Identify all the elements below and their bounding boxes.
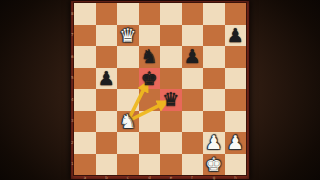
rank-label-1: 1 bbox=[71, 162, 74, 166]
square-h1[interactable] bbox=[225, 154, 247, 176]
white-king-g1[interactable]: ♚ bbox=[205, 155, 222, 174]
square-d6[interactable]: ♞ bbox=[139, 46, 161, 68]
square-a1[interactable] bbox=[74, 154, 96, 176]
square-e7[interactable] bbox=[160, 25, 182, 47]
rank-label-2: 2 bbox=[71, 141, 74, 145]
square-e8[interactable] bbox=[160, 3, 182, 25]
file-label-g: g bbox=[213, 176, 216, 180]
square-b6[interactable] bbox=[96, 46, 118, 68]
square-h3[interactable] bbox=[225, 111, 247, 133]
white-pawn-g2[interactable]: ♟ bbox=[205, 133, 222, 152]
square-g1[interactable]: ♚ bbox=[203, 154, 225, 176]
square-c2[interactable] bbox=[117, 132, 139, 154]
square-h8[interactable] bbox=[225, 3, 247, 25]
rank-label-5: 5 bbox=[71, 76, 74, 80]
square-d4[interactable] bbox=[139, 89, 161, 111]
square-f3[interactable] bbox=[182, 111, 204, 133]
square-g3[interactable] bbox=[203, 111, 225, 133]
white-knight-c3[interactable]: ♞ bbox=[119, 112, 136, 131]
square-f7[interactable] bbox=[182, 25, 204, 47]
file-label-h: h bbox=[234, 176, 237, 180]
square-c3[interactable]: ♞ bbox=[117, 111, 139, 133]
square-d8[interactable] bbox=[139, 3, 161, 25]
square-a5[interactable] bbox=[74, 68, 96, 90]
square-b1[interactable] bbox=[96, 154, 118, 176]
square-e3[interactable] bbox=[160, 111, 182, 133]
square-f2[interactable] bbox=[182, 132, 204, 154]
square-b7[interactable] bbox=[96, 25, 118, 47]
square-f5[interactable] bbox=[182, 68, 204, 90]
square-e1[interactable] bbox=[160, 154, 182, 176]
square-c4[interactable] bbox=[117, 89, 139, 111]
white-queen-c7[interactable]: ♛ bbox=[119, 26, 136, 45]
square-a7[interactable] bbox=[74, 25, 96, 47]
file-label-b: b bbox=[105, 176, 108, 180]
rank-label-8: 8 bbox=[71, 12, 74, 16]
black-knight-d6[interactable]: ♞ bbox=[141, 47, 158, 66]
square-b5[interactable]: ♟ bbox=[96, 68, 118, 90]
chess-board[interactable]: ♛♟♞♟♟♚♛♞♟♟♚ bbox=[74, 3, 246, 175]
square-d7[interactable] bbox=[139, 25, 161, 47]
square-g7[interactable] bbox=[203, 25, 225, 47]
square-d5[interactable]: ♚ bbox=[139, 68, 161, 90]
square-e4[interactable]: ♛ bbox=[160, 89, 182, 111]
square-f8[interactable] bbox=[182, 3, 204, 25]
square-g5[interactable] bbox=[203, 68, 225, 90]
square-g8[interactable] bbox=[203, 3, 225, 25]
square-f1[interactable] bbox=[182, 154, 204, 176]
square-a3[interactable] bbox=[74, 111, 96, 133]
square-f4[interactable] bbox=[182, 89, 204, 111]
black-pawn-h7[interactable]: ♟ bbox=[227, 26, 244, 45]
square-a4[interactable] bbox=[74, 89, 96, 111]
square-c8[interactable] bbox=[117, 3, 139, 25]
square-c7[interactable]: ♛ bbox=[117, 25, 139, 47]
black-king-d5[interactable]: ♚ bbox=[141, 69, 158, 88]
square-g6[interactable] bbox=[203, 46, 225, 68]
file-label-c: c bbox=[127, 176, 129, 180]
square-c6[interactable] bbox=[117, 46, 139, 68]
square-a2[interactable] bbox=[74, 132, 96, 154]
file-label-d: d bbox=[148, 176, 151, 180]
square-e6[interactable] bbox=[160, 46, 182, 68]
square-b3[interactable] bbox=[96, 111, 118, 133]
square-h2[interactable]: ♟ bbox=[225, 132, 247, 154]
black-queen-e4[interactable]: ♛ bbox=[162, 90, 179, 109]
square-d2[interactable] bbox=[139, 132, 161, 154]
square-e5[interactable] bbox=[160, 68, 182, 90]
square-h5[interactable] bbox=[225, 68, 247, 90]
chess-app-background: ♛♟♞♟♟♚♛♞♟♟♚ 87654321abcdefgh bbox=[0, 0, 320, 180]
square-g2[interactable]: ♟ bbox=[203, 132, 225, 154]
file-label-f: f bbox=[191, 176, 192, 180]
square-d1[interactable] bbox=[139, 154, 161, 176]
square-a6[interactable] bbox=[74, 46, 96, 68]
rank-label-3: 3 bbox=[71, 119, 74, 123]
square-h6[interactable] bbox=[225, 46, 247, 68]
square-h4[interactable] bbox=[225, 89, 247, 111]
square-f6[interactable]: ♟ bbox=[182, 46, 204, 68]
rank-label-6: 6 bbox=[71, 55, 74, 59]
rank-label-4: 4 bbox=[71, 98, 74, 102]
black-pawn-f6[interactable]: ♟ bbox=[184, 47, 201, 66]
square-a8[interactable] bbox=[74, 3, 96, 25]
chess-board-frame: ♛♟♞♟♟♚♛♞♟♟♚ 87654321abcdefgh bbox=[70, 0, 250, 180]
white-pawn-h2[interactable]: ♟ bbox=[227, 133, 244, 152]
square-g4[interactable] bbox=[203, 89, 225, 111]
square-d3[interactable] bbox=[139, 111, 161, 133]
square-c1[interactable] bbox=[117, 154, 139, 176]
square-b4[interactable] bbox=[96, 89, 118, 111]
square-h7[interactable]: ♟ bbox=[225, 25, 247, 47]
rank-label-7: 7 bbox=[71, 33, 74, 37]
black-pawn-b5[interactable]: ♟ bbox=[98, 69, 115, 88]
file-label-a: a bbox=[84, 176, 86, 180]
square-b8[interactable] bbox=[96, 3, 118, 25]
square-e2[interactable] bbox=[160, 132, 182, 154]
square-c5[interactable] bbox=[117, 68, 139, 90]
file-label-e: e bbox=[170, 176, 172, 180]
square-b2[interactable] bbox=[96, 132, 118, 154]
